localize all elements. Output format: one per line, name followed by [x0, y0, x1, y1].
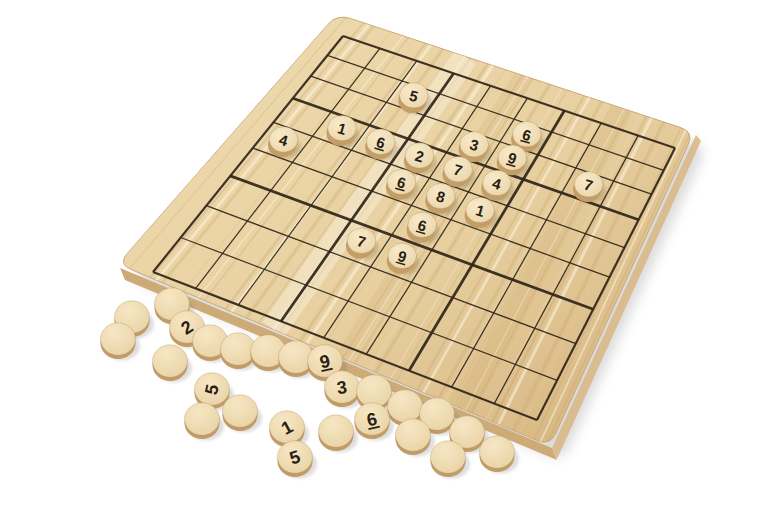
- pile-tile-blank: [319, 415, 359, 453]
- pile-tile-top: [185, 403, 220, 435]
- pile-tile-top: [223, 395, 258, 427]
- pile-tile-top: [221, 333, 256, 365]
- pile-tile-blank: [153, 345, 193, 383]
- pile-tile-blank: [223, 395, 263, 433]
- pile-tile-top: [396, 419, 431, 451]
- sudoku-photo-stage: Sudoku 563971627446816792935615: [0, 0, 768, 510]
- pile-tile-top: [153, 345, 188, 377]
- pile-tile-top: [319, 415, 354, 447]
- pile-tile-top: [431, 441, 466, 473]
- pile-tile-5: 5: [278, 441, 318, 479]
- pile-tile-top: [388, 390, 423, 422]
- pile-tile-top: [101, 323, 136, 355]
- pile-tile-top: [480, 436, 515, 468]
- pile-tile-top: [357, 375, 392, 407]
- board-photo: 563971627446816792935615: [0, 0, 768, 510]
